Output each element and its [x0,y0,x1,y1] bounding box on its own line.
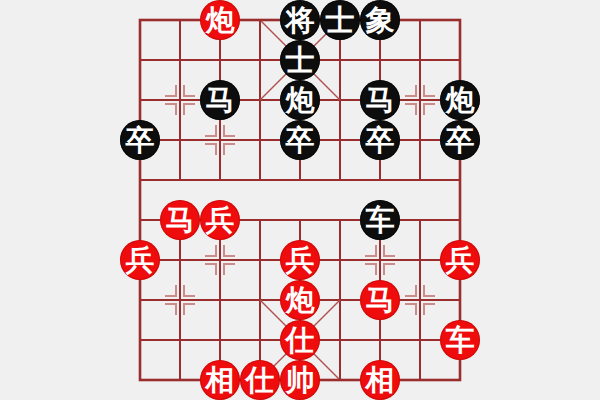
black-soldier[interactable]: 卒 [440,120,480,160]
black-general[interactable]: 将 [280,0,320,40]
black-soldier[interactable]: 卒 [280,120,320,160]
red-advisor[interactable]: 仕 [240,360,280,400]
black-advisor[interactable]: 士 [280,40,320,80]
red-soldier[interactable]: 兵 [280,240,320,280]
red-cannon[interactable]: 炮 [280,280,320,320]
red-soldier[interactable]: 兵 [120,240,160,280]
pieces-layer: 炮将士象士马炮马炮卒卒卒卒马兵车兵兵兵炮马仕车相仕帅相 [0,0,600,400]
black-soldier[interactable]: 卒 [120,120,160,160]
black-cannon[interactable]: 炮 [280,80,320,120]
black-horse[interactable]: 马 [200,80,240,120]
red-general[interactable]: 帅 [280,360,320,400]
black-advisor[interactable]: 士 [320,0,360,40]
red-horse[interactable]: 马 [160,200,200,240]
xiangqi-board: 炮将士象士马炮马炮卒卒卒卒马兵车兵兵兵炮马仕车相仕帅相 [0,0,600,400]
red-elephant[interactable]: 相 [200,360,240,400]
red-elephant[interactable]: 相 [360,360,400,400]
red-soldier[interactable]: 兵 [200,200,240,240]
black-horse[interactable]: 马 [360,80,400,120]
red-cannon[interactable]: 炮 [200,0,240,40]
black-cannon[interactable]: 炮 [440,80,480,120]
black-chariot[interactable]: 车 [360,200,400,240]
red-chariot[interactable]: 车 [440,320,480,360]
black-elephant[interactable]: 象 [360,0,400,40]
red-soldier[interactable]: 兵 [440,240,480,280]
red-horse[interactable]: 马 [360,280,400,320]
black-soldier[interactable]: 卒 [360,120,400,160]
red-advisor[interactable]: 仕 [280,320,320,360]
